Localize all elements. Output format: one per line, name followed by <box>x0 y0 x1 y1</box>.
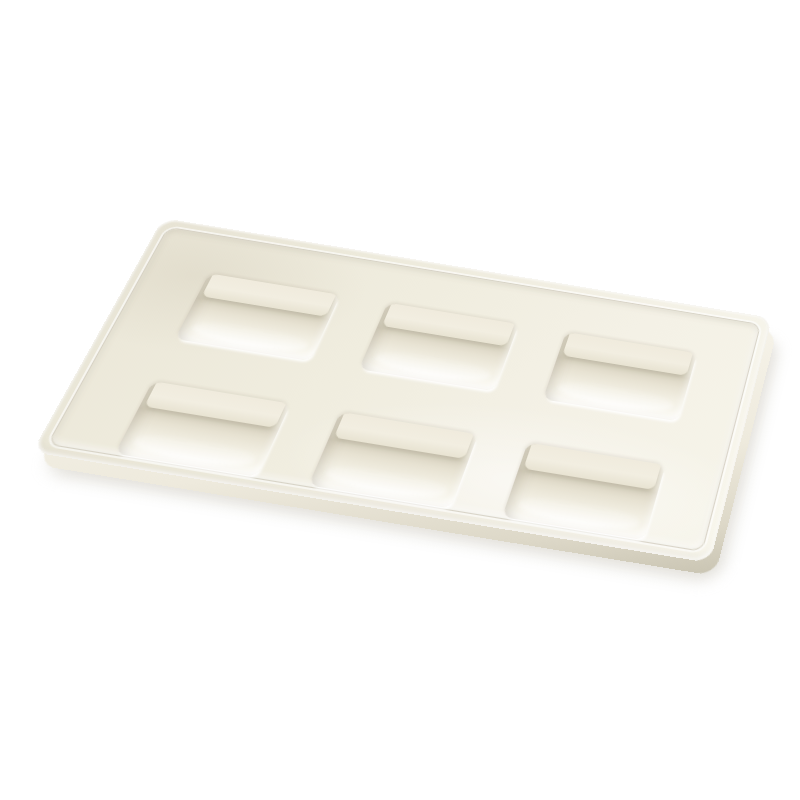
ceramic-tray <box>32 218 772 563</box>
product-photo-scene <box>0 0 800 800</box>
